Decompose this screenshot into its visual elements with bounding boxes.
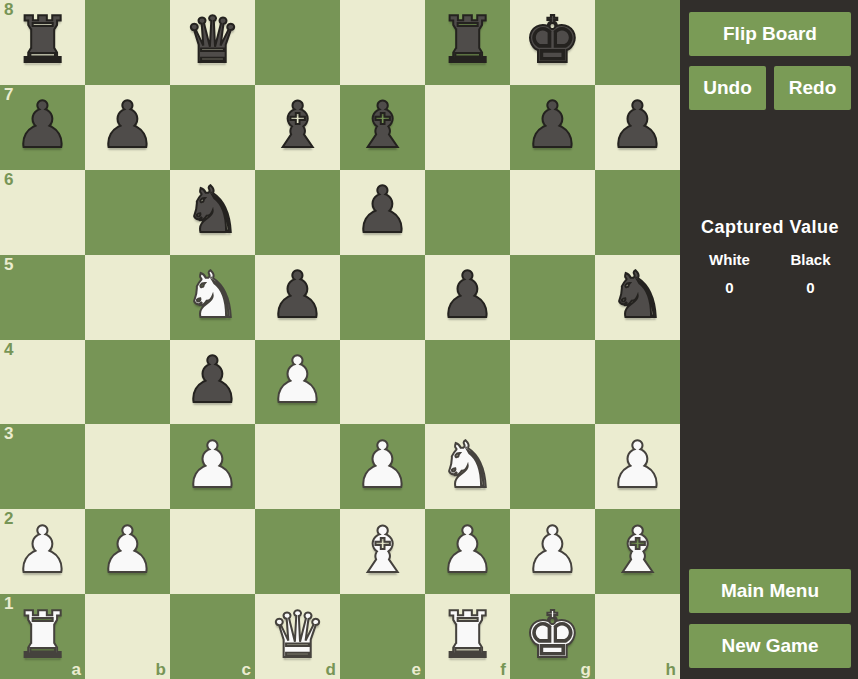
- piece-black-pawn: ♟: [439, 263, 496, 327]
- square-c2[interactable]: [170, 509, 255, 594]
- rank-label: 2: [4, 510, 13, 529]
- square-d2[interactable]: [255, 509, 340, 594]
- rank-label: 4: [4, 341, 13, 360]
- main-menu-button[interactable]: Main Menu: [689, 569, 851, 613]
- rank-label: 3: [4, 425, 13, 444]
- square-a5[interactable]: 5: [0, 255, 85, 340]
- piece-black-knight: ♞: [184, 178, 241, 242]
- file-label: g: [581, 661, 591, 679]
- new-game-button[interactable]: New Game: [689, 624, 851, 668]
- file-label: a: [72, 661, 81, 679]
- piece-white-pawn: ♟: [354, 433, 411, 497]
- square-b4[interactable]: [85, 340, 170, 425]
- rank-label: 6: [4, 171, 13, 190]
- square-b1[interactable]: b: [85, 594, 170, 679]
- piece-white-pawn: ♟: [439, 518, 496, 582]
- piece-white-king: ♚: [524, 603, 581, 667]
- square-h2[interactable]: ♝: [595, 509, 680, 594]
- square-d1[interactable]: d♛: [255, 594, 340, 679]
- undo-redo-row: Undo Redo: [689, 66, 851, 110]
- piece-white-pawn: ♟: [269, 348, 326, 412]
- square-b2[interactable]: ♟: [85, 509, 170, 594]
- square-e7[interactable]: ♝: [340, 85, 425, 170]
- square-g6[interactable]: [510, 170, 595, 255]
- piece-white-knight: ♞: [439, 433, 496, 497]
- square-b3[interactable]: [85, 424, 170, 509]
- flip-board-button[interactable]: Flip Board: [689, 12, 851, 56]
- rank-label: 5: [4, 256, 13, 275]
- redo-button[interactable]: Redo: [774, 66, 851, 110]
- square-g3[interactable]: [510, 424, 595, 509]
- square-b8[interactable]: [85, 0, 170, 85]
- square-f3[interactable]: ♞: [425, 424, 510, 509]
- square-c1[interactable]: c: [170, 594, 255, 679]
- square-c5[interactable]: ♞: [170, 255, 255, 340]
- piece-white-rook: ♜: [439, 603, 496, 667]
- captured-value-title: Captured Value: [689, 217, 851, 238]
- captured-black-label: Black: [770, 251, 851, 268]
- file-label: d: [326, 661, 336, 679]
- rank-label: 1: [4, 595, 13, 614]
- square-h6[interactable]: [595, 170, 680, 255]
- piece-black-pawn: ♟: [99, 93, 156, 157]
- square-c6[interactable]: ♞: [170, 170, 255, 255]
- piece-black-rook: ♜: [439, 8, 496, 72]
- piece-black-pawn: ♟: [184, 348, 241, 412]
- piece-black-bishop: ♝: [354, 93, 411, 157]
- sidebar: Flip Board Undo Redo Captured Value Whit…: [680, 0, 858, 679]
- piece-white-bishop: ♝: [609, 518, 666, 582]
- piece-black-queen: ♛: [184, 8, 241, 72]
- captured-value-section: Captured Value White 0 Black 0: [689, 217, 851, 296]
- square-b5[interactable]: [85, 255, 170, 340]
- square-a8[interactable]: 8♜: [0, 0, 85, 85]
- file-label: c: [242, 661, 251, 679]
- square-a6[interactable]: 6: [0, 170, 85, 255]
- piece-black-pawn: ♟: [14, 93, 71, 157]
- square-e6[interactable]: ♟: [340, 170, 425, 255]
- square-c4[interactable]: ♟: [170, 340, 255, 425]
- square-d8[interactable]: [255, 0, 340, 85]
- piece-white-knight: ♞: [184, 263, 241, 327]
- square-h7[interactable]: ♟: [595, 85, 680, 170]
- captured-value-row: White 0 Black 0: [689, 251, 851, 296]
- square-a2[interactable]: 2♟: [0, 509, 85, 594]
- square-e8[interactable]: [340, 0, 425, 85]
- square-a7[interactable]: 7♟: [0, 85, 85, 170]
- square-f8[interactable]: ♜: [425, 0, 510, 85]
- sidebar-bottom-buttons: Main Menu New Game: [689, 569, 851, 668]
- square-f2[interactable]: ♟: [425, 509, 510, 594]
- square-d5[interactable]: ♟: [255, 255, 340, 340]
- square-d3[interactable]: [255, 424, 340, 509]
- piece-black-rook: ♜: [14, 8, 71, 72]
- rank-label: 7: [4, 86, 13, 105]
- piece-black-pawn: ♟: [269, 263, 326, 327]
- square-h4[interactable]: [595, 340, 680, 425]
- square-b6[interactable]: [85, 170, 170, 255]
- rank-label: 8: [4, 1, 13, 20]
- square-e2[interactable]: ♝: [340, 509, 425, 594]
- piece-black-pawn: ♟: [609, 93, 666, 157]
- piece-black-king: ♚: [524, 8, 581, 72]
- piece-white-pawn: ♟: [609, 433, 666, 497]
- captured-white-value: 0: [689, 279, 770, 296]
- square-f4[interactable]: [425, 340, 510, 425]
- square-h1[interactable]: h: [595, 594, 680, 679]
- piece-black-pawn: ♟: [524, 93, 581, 157]
- piece-white-queen: ♛: [269, 603, 326, 667]
- square-h5[interactable]: ♞: [595, 255, 680, 340]
- undo-button[interactable]: Undo: [689, 66, 766, 110]
- square-d7[interactable]: ♝: [255, 85, 340, 170]
- square-c8[interactable]: ♛: [170, 0, 255, 85]
- square-g2[interactable]: ♟: [510, 509, 595, 594]
- captured-black-value: 0: [770, 279, 851, 296]
- file-label: h: [666, 661, 676, 679]
- captured-white-column: White 0: [689, 251, 770, 296]
- square-e5[interactable]: [340, 255, 425, 340]
- square-f5[interactable]: ♟: [425, 255, 510, 340]
- piece-white-bishop: ♝: [354, 518, 411, 582]
- square-g4[interactable]: [510, 340, 595, 425]
- square-c3[interactable]: ♟: [170, 424, 255, 509]
- square-g1[interactable]: g♚: [510, 594, 595, 679]
- square-a1[interactable]: 1a♜: [0, 594, 85, 679]
- captured-white-label: White: [689, 251, 770, 268]
- piece-black-bishop: ♝: [269, 93, 326, 157]
- file-label: e: [412, 661, 421, 679]
- square-e4[interactable]: [340, 340, 425, 425]
- sidebar-spacer: [689, 296, 851, 569]
- piece-white-pawn: ♟: [14, 518, 71, 582]
- square-f1[interactable]: f♜: [425, 594, 510, 679]
- square-g5[interactable]: [510, 255, 595, 340]
- square-h8[interactable]: [595, 0, 680, 85]
- square-g7[interactable]: ♟: [510, 85, 595, 170]
- square-e1[interactable]: e: [340, 594, 425, 679]
- square-f7[interactable]: [425, 85, 510, 170]
- piece-black-knight: ♞: [609, 263, 666, 327]
- file-label: b: [156, 661, 166, 679]
- piece-white-pawn: ♟: [99, 518, 156, 582]
- chess-board: 8♜♛♜♚7♟♟♝♝♟♟6♞♟5♞♟♟♞4♟♟3♟♟♞♟2♟♟♝♟♟♝1a♜bc…: [0, 0, 680, 679]
- square-h3[interactable]: ♟: [595, 424, 680, 509]
- square-f6[interactable]: [425, 170, 510, 255]
- piece-white-pawn: ♟: [184, 433, 241, 497]
- square-g8[interactable]: ♚: [510, 0, 595, 85]
- square-e3[interactable]: ♟: [340, 424, 425, 509]
- captured-black-column: Black 0: [770, 251, 851, 296]
- square-d6[interactable]: [255, 170, 340, 255]
- square-a4[interactable]: 4: [0, 340, 85, 425]
- square-c7[interactable]: [170, 85, 255, 170]
- square-b7[interactable]: ♟: [85, 85, 170, 170]
- piece-white-pawn: ♟: [524, 518, 581, 582]
- square-d4[interactable]: ♟: [255, 340, 340, 425]
- square-a3[interactable]: 3: [0, 424, 85, 509]
- file-label: f: [500, 661, 506, 679]
- piece-black-pawn: ♟: [354, 178, 411, 242]
- piece-white-rook: ♜: [14, 603, 71, 667]
